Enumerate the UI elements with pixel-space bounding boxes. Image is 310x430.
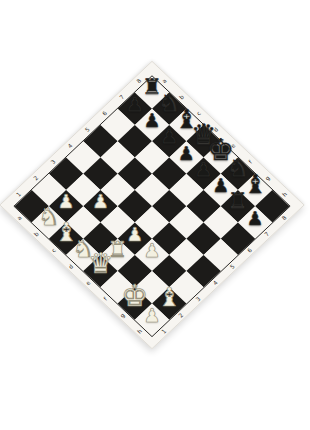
coord-label: 3 <box>195 296 202 302</box>
coord-label: e <box>85 280 92 286</box>
coord-label: 5 <box>85 126 92 132</box>
coord-label: h <box>281 191 288 197</box>
coord-label: d <box>67 263 74 269</box>
coord-label: b <box>33 231 40 237</box>
coord-label: 3 <box>50 159 57 165</box>
coord-label: 4 <box>213 280 220 286</box>
vinyl-mat: ♜♞♝♛♚♞♝♟♟♟♟♟♟♜♟♟♟♟♟♜♝♞♝♞♛♚♟ aa11bb22cc33… <box>0 61 305 349</box>
coord-label: 6 <box>247 247 254 253</box>
coord-label: 1 <box>161 328 168 334</box>
chessboard-diamond: ♜♞♝♛♚♞♝♟♟♟♟♟♟♜♟♟♟♟♟♜♝♞♝♞♛♚♟ aa11bb22cc33… <box>0 61 305 349</box>
coord-label: 5 <box>230 263 237 269</box>
coord-label: 1 <box>16 191 23 197</box>
coord-label: 7 <box>264 231 271 237</box>
coord-label: 6 <box>102 110 109 116</box>
coord-label: h <box>136 328 143 334</box>
pieces-layer: ♜♞♝♛♚♞♝♟♟♟♟♟♟♜♟♟♟♟♟♜♝♞♝♞♛♚♟ <box>15 76 290 336</box>
coord-label: 4 <box>67 143 74 149</box>
product-photo: ♜♞♝♛♚♞♝♟♟♟♟♟♟♜♟♟♟♟♟♜♝♞♝♞♛♚♟ aa11bb22cc33… <box>0 0 310 430</box>
coord-label: 2 <box>178 312 185 318</box>
coord-label: f <box>102 296 108 301</box>
coord-label: 7 <box>119 94 126 100</box>
coord-label: a <box>16 215 23 221</box>
coord-label: 2 <box>33 175 40 181</box>
coord-label: c <box>50 247 56 253</box>
coord-label: 8 <box>281 215 288 221</box>
